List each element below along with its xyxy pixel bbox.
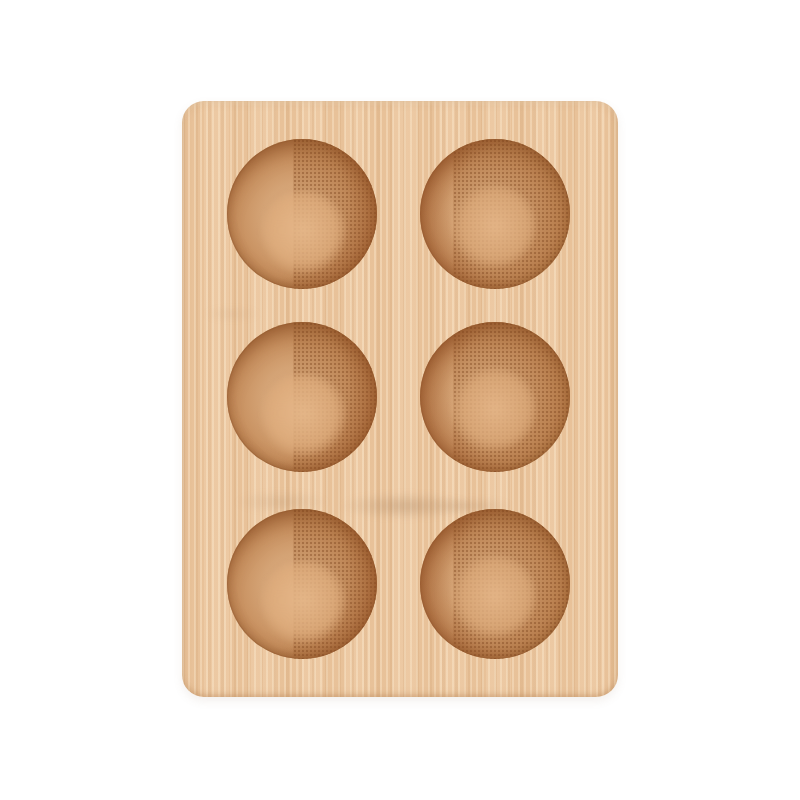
pit-bottom-right[interactable] (420, 509, 570, 659)
pit-inner-highlight (450, 554, 537, 638)
pit-rim-shadow (420, 509, 570, 659)
pit-middle-right[interactable] (420, 322, 570, 472)
pit-inner-highlight (260, 373, 347, 457)
pit-rim-shadow (227, 509, 377, 659)
mancala-board (182, 101, 618, 697)
pit-rim-shadow (420, 139, 570, 289)
pit-rim-shadow (227, 322, 377, 472)
wood-stain-mark (340, 493, 472, 519)
pit-rim-shadow (420, 322, 570, 472)
pit-endgrain-texture (453, 509, 570, 659)
pit-endgrain-texture (293, 322, 377, 472)
pit-inner-highlight (260, 560, 347, 644)
pit-endgrain-texture (453, 139, 570, 289)
wood-stain-mark (202, 307, 262, 321)
pit-inner-highlight (260, 190, 347, 274)
pit-inner-highlight (450, 367, 537, 451)
pit-endgrain-texture (293, 139, 377, 289)
photo-background (0, 0, 800, 800)
pit-rim-shadow (227, 139, 377, 289)
pit-middle-left[interactable] (227, 322, 377, 472)
pit-inner-highlight (450, 184, 537, 268)
pit-endgrain-texture (453, 322, 570, 472)
pit-top-left[interactable] (227, 139, 377, 289)
pit-bottom-left[interactable] (227, 509, 377, 659)
pit-top-right[interactable] (420, 139, 570, 289)
pit-endgrain-texture (293, 509, 377, 659)
